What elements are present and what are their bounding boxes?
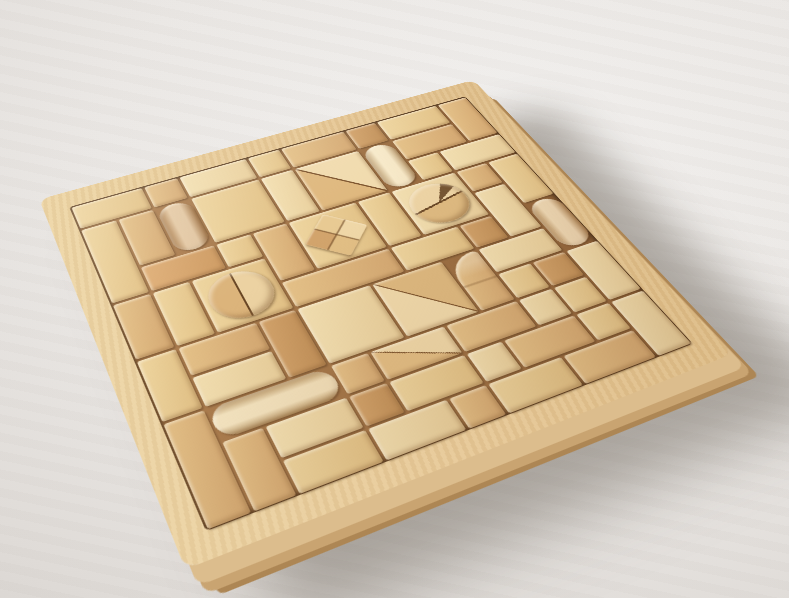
tray-well bbox=[69, 96, 693, 531]
product-photo bbox=[0, 0, 789, 598]
blocks-tray bbox=[39, 80, 733, 569]
